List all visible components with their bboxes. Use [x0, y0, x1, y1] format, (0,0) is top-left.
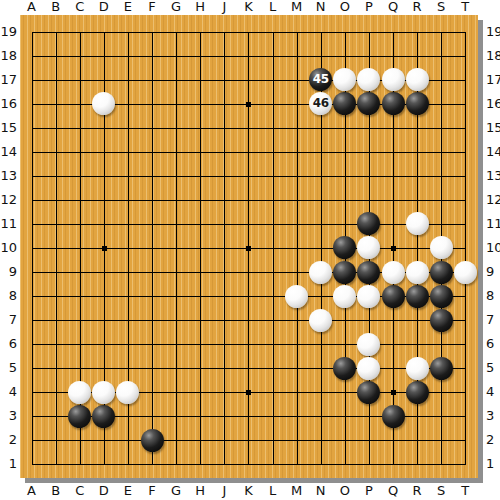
row-label-left-9: 9 — [0, 265, 17, 279]
column-label-top-R: R — [405, 0, 429, 14]
stone-black-C3[interactable] — [68, 405, 91, 428]
column-label-top-Q: Q — [381, 0, 405, 14]
column-label-bottom-J: J — [212, 484, 236, 498]
column-label-bottom-F: F — [140, 484, 164, 498]
row-label-right-4: 4 — [486, 385, 500, 399]
row-label-left-13: 13 — [0, 169, 17, 183]
row-label-left-7: 7 — [0, 313, 17, 327]
stone-white-R17[interactable] — [406, 68, 429, 91]
column-label-top-G: G — [164, 0, 188, 14]
column-label-top-B: B — [44, 0, 68, 14]
column-label-top-F: F — [140, 0, 164, 14]
row-label-left-8: 8 — [0, 289, 17, 303]
stone-white-O8[interactable] — [333, 285, 356, 308]
column-label-top-C: C — [68, 0, 92, 14]
stone-white-R11[interactable] — [406, 212, 429, 235]
row-label-right-19: 19 — [486, 25, 500, 39]
row-label-right-17: 17 — [486, 73, 500, 87]
row-label-right-13: 13 — [486, 169, 500, 183]
column-label-bottom-H: H — [188, 484, 212, 498]
stone-white-N9[interactable] — [309, 261, 332, 284]
column-label-top-H: H — [188, 0, 212, 14]
column-label-bottom-R: R — [405, 484, 429, 498]
grid-line-vertical — [273, 32, 274, 465]
column-label-top-L: L — [261, 0, 285, 14]
row-label-left-6: 6 — [0, 337, 17, 351]
column-label-bottom-L: L — [261, 484, 285, 498]
row-label-right-6: 6 — [486, 337, 500, 351]
row-label-left-11: 11 — [0, 217, 17, 231]
column-label-bottom-A: A — [20, 484, 44, 498]
column-label-bottom-B: B — [44, 484, 68, 498]
stone-white-N7[interactable] — [309, 309, 332, 332]
stone-black-Q8[interactable] — [382, 285, 405, 308]
star-point-K16 — [246, 102, 251, 107]
column-label-bottom-P: P — [357, 484, 381, 498]
stone-black-O5[interactable] — [333, 357, 356, 380]
row-label-left-10: 10 — [0, 241, 17, 255]
column-label-top-S: S — [429, 0, 453, 14]
row-label-right-12: 12 — [486, 193, 500, 207]
column-label-bottom-M: M — [285, 484, 309, 498]
stone-white-P6[interactable] — [357, 333, 380, 356]
column-label-bottom-O: O — [333, 484, 357, 498]
row-label-right-7: 7 — [486, 313, 500, 327]
row-label-left-14: 14 — [0, 145, 17, 159]
row-label-right-15: 15 — [486, 121, 500, 135]
column-label-top-D: D — [92, 0, 116, 14]
stone-black-S9[interactable] — [430, 261, 453, 284]
star-point-Q4 — [391, 390, 396, 395]
stone-white-Q17[interactable] — [382, 68, 405, 91]
stone-white-Q9[interactable] — [382, 261, 405, 284]
row-label-left-3: 3 — [0, 409, 17, 423]
column-label-bottom-T: T — [453, 484, 477, 498]
column-label-bottom-Q: Q — [381, 484, 405, 498]
stone-white-T9[interactable] — [454, 261, 477, 284]
stone-white-R9[interactable] — [406, 261, 429, 284]
row-label-right-2: 2 — [486, 433, 500, 447]
column-label-bottom-S: S — [429, 484, 453, 498]
row-label-left-17: 17 — [0, 73, 17, 87]
stone-black-P4[interactable] — [357, 381, 380, 404]
column-label-top-N: N — [309, 0, 333, 14]
row-label-left-1: 1 — [0, 457, 17, 471]
stone-white-D4[interactable] — [92, 381, 115, 404]
row-label-right-14: 14 — [486, 145, 500, 159]
stone-black-R16[interactable] — [406, 92, 429, 115]
row-label-right-18: 18 — [486, 49, 500, 63]
stone-black-S8[interactable] — [430, 285, 453, 308]
row-label-right-16: 16 — [486, 97, 500, 111]
stone-white-P8[interactable] — [357, 285, 380, 308]
grid-line-horizontal — [32, 440, 466, 441]
row-label-right-9: 9 — [486, 265, 500, 279]
go-board-diagram: 4546 AABBCCDDEEFFGGHHJJKKLLMMNNOOPPQQRRS… — [0, 0, 500, 500]
stone-black-S5[interactable] — [430, 357, 453, 380]
row-label-right-10: 10 — [486, 241, 500, 255]
goban[interactable]: 4546 — [20, 15, 478, 478]
column-label-top-P: P — [357, 0, 381, 14]
column-label-top-K: K — [236, 0, 260, 14]
row-label-right-8: 8 — [486, 289, 500, 303]
stone-white-E4[interactable] — [116, 381, 139, 404]
row-label-left-2: 2 — [0, 433, 17, 447]
star-point-Q10 — [391, 246, 396, 251]
row-label-right-11: 11 — [486, 217, 500, 231]
stone-white-C4[interactable] — [68, 381, 91, 404]
column-label-bottom-N: N — [309, 484, 333, 498]
stone-black-R4[interactable] — [406, 381, 429, 404]
stone-black-O9[interactable] — [333, 261, 356, 284]
row-label-right-1: 1 — [486, 457, 500, 471]
column-label-bottom-K: K — [236, 484, 260, 498]
column-label-top-J: J — [212, 0, 236, 14]
stone-black-F2[interactable] — [141, 429, 164, 452]
star-point-D10 — [102, 246, 107, 251]
stone-white-M8[interactable] — [285, 285, 308, 308]
star-point-K4 — [246, 390, 251, 395]
column-label-bottom-G: G — [164, 484, 188, 498]
stone-black-D3[interactable] — [92, 405, 115, 428]
stone-black-R8[interactable] — [406, 285, 429, 308]
row-label-left-18: 18 — [0, 49, 17, 63]
row-label-left-4: 4 — [0, 385, 17, 399]
stone-white-P5[interactable] — [357, 357, 380, 380]
grid-line-horizontal — [32, 368, 466, 369]
row-label-left-5: 5 — [0, 361, 17, 375]
stone-black-Q3[interactable] — [382, 405, 405, 428]
star-point-K10 — [246, 246, 251, 251]
stone-white-S10[interactable] — [430, 236, 453, 259]
column-label-top-T: T — [453, 0, 477, 14]
column-label-bottom-D: D — [92, 484, 116, 498]
row-label-left-19: 19 — [0, 25, 17, 39]
grid-line-vertical — [297, 32, 298, 465]
column-label-top-E: E — [116, 0, 140, 14]
stone-black-Q16[interactable] — [382, 92, 405, 115]
stone-black-P9[interactable] — [357, 261, 380, 284]
grid-line-horizontal — [32, 320, 466, 321]
stone-black-S7[interactable] — [430, 309, 453, 332]
grid-line-horizontal — [32, 344, 466, 345]
row-label-right-5: 5 — [486, 361, 500, 375]
column-label-top-O: O — [333, 0, 357, 14]
column-label-bottom-E: E — [116, 484, 140, 498]
row-label-left-15: 15 — [0, 121, 17, 135]
stone-white-R5[interactable] — [406, 357, 429, 380]
column-label-top-M: M — [285, 0, 309, 14]
row-label-left-16: 16 — [0, 97, 17, 111]
column-label-bottom-C: C — [68, 484, 92, 498]
column-label-top-A: A — [20, 0, 44, 14]
row-label-left-12: 12 — [0, 193, 17, 207]
row-label-right-3: 3 — [486, 409, 500, 423]
